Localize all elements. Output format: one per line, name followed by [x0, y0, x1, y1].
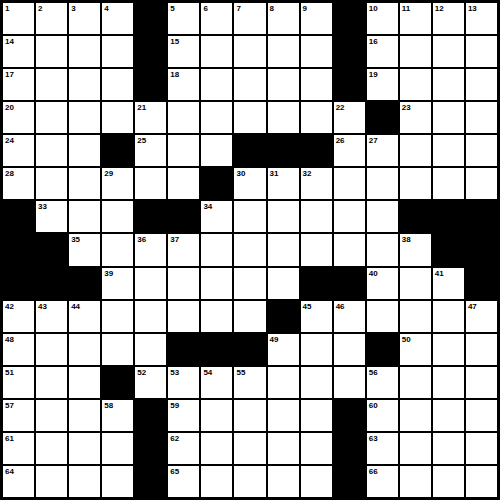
black-cell-r14c5	[135, 433, 166, 464]
clue-number: 42	[5, 302, 14, 311]
clue-number: 15	[170, 37, 179, 46]
cell-r4c15[interactable]	[466, 102, 497, 133]
cell-r4c14[interactable]	[433, 102, 464, 133]
cell-r8c4[interactable]	[102, 234, 133, 265]
clue-number: 39	[104, 269, 113, 278]
cell-r5c3[interactable]	[69, 135, 100, 166]
cell-r2c15[interactable]	[466, 36, 497, 67]
clue-number: 6	[203, 4, 207, 13]
black-cell-r9c3	[69, 268, 100, 299]
cell-r14c6[interactable]: 62	[168, 433, 199, 464]
clue-number: 54	[203, 368, 212, 377]
cell-r6c11[interactable]	[334, 168, 365, 199]
cell-r15c4[interactable]	[102, 466, 133, 497]
cell-r10c14[interactable]	[433, 301, 464, 332]
cell-r12c5[interactable]: 52	[135, 367, 166, 398]
cell-r12c3[interactable]	[69, 367, 100, 398]
clue-number: 10	[369, 4, 378, 13]
cell-r8c6[interactable]: 37	[168, 234, 199, 265]
cell-r13c8[interactable]	[234, 400, 265, 431]
clue-number: 36	[137, 235, 146, 244]
cell-r14c10[interactable]	[301, 433, 332, 464]
cell-r15c15[interactable]	[466, 466, 497, 497]
clue-number: 3	[71, 4, 75, 13]
clue-number: 31	[270, 169, 279, 178]
clue-number: 62	[170, 434, 179, 443]
cell-r10c11[interactable]: 46	[334, 301, 365, 332]
cell-r13c1[interactable]: 57	[3, 400, 34, 431]
cell-r6c3[interactable]	[69, 168, 100, 199]
clue-number: 49	[270, 335, 279, 344]
cell-r7c9[interactable]	[268, 201, 299, 232]
cell-r2c10[interactable]	[301, 36, 332, 67]
cell-r2c9[interactable]	[268, 36, 299, 67]
cell-r8c13[interactable]: 38	[400, 234, 431, 265]
cell-r8c5[interactable]: 36	[135, 234, 166, 265]
cell-r10c13[interactable]	[400, 301, 431, 332]
black-cell-r7c13	[400, 201, 431, 232]
clue-number: 58	[104, 401, 113, 410]
black-cell-r11c12	[367, 334, 398, 365]
cell-r5c5[interactable]: 25	[135, 135, 166, 166]
clue-number: 23	[402, 103, 411, 112]
clue-number: 37	[170, 235, 179, 244]
clue-number: 52	[137, 368, 146, 377]
cell-r5c14[interactable]	[433, 135, 464, 166]
cell-r7c10[interactable]	[301, 201, 332, 232]
black-cell-r11c7	[201, 334, 232, 365]
cell-r9c14[interactable]: 41	[433, 268, 464, 299]
cell-r4c1[interactable]: 20	[3, 102, 34, 133]
cell-r3c14[interactable]	[433, 69, 464, 100]
cell-r5c6[interactable]	[168, 135, 199, 166]
cell-r10c15[interactable]: 47	[466, 301, 497, 332]
cell-r15c14[interactable]	[433, 466, 464, 497]
cell-r3c7[interactable]	[201, 69, 232, 100]
cell-r13c15[interactable]	[466, 400, 497, 431]
cell-r11c15[interactable]	[466, 334, 497, 365]
cell-r11c1[interactable]: 48	[3, 334, 34, 365]
cell-r4c2[interactable]	[36, 102, 67, 133]
cell-r9c9[interactable]	[268, 268, 299, 299]
cell-r4c7[interactable]	[201, 102, 232, 133]
black-cell-r5c4	[102, 135, 133, 166]
clue-number: 32	[303, 169, 312, 178]
cell-r3c2[interactable]	[36, 69, 67, 100]
cell-r13c14[interactable]	[433, 400, 464, 431]
black-cell-r8c14	[433, 234, 464, 265]
clue-number: 20	[5, 103, 14, 112]
black-cell-r7c1	[3, 201, 34, 232]
cell-r12c11[interactable]	[334, 367, 365, 398]
cell-r7c4[interactable]	[102, 201, 133, 232]
clue-number: 53	[170, 368, 179, 377]
crossword-grid: 1234567891011121314151617181920212223242…	[0, 0, 500, 500]
cell-r11c11[interactable]	[334, 334, 365, 365]
cell-r5c11[interactable]: 26	[334, 135, 365, 166]
clue-number: 21	[137, 103, 146, 112]
cell-r13c6[interactable]: 59	[168, 400, 199, 431]
clue-number: 22	[336, 103, 345, 112]
black-cell-r8c1	[3, 234, 34, 265]
cell-r8c12[interactable]	[367, 234, 398, 265]
clue-number: 50	[402, 335, 411, 344]
cell-r14c12[interactable]: 63	[367, 433, 398, 464]
cell-r6c14[interactable]	[433, 168, 464, 199]
clue-number: 27	[369, 136, 378, 145]
cell-r9c13[interactable]	[400, 268, 431, 299]
cell-r11c5[interactable]	[135, 334, 166, 365]
cell-r11c13[interactable]: 50	[400, 334, 431, 365]
cell-r3c9[interactable]	[268, 69, 299, 100]
cell-r12c9[interactable]	[268, 367, 299, 398]
cell-r11c10[interactable]	[301, 334, 332, 365]
cell-r2c6[interactable]: 15	[168, 36, 199, 67]
cell-r10c10[interactable]: 45	[301, 301, 332, 332]
black-cell-r7c5	[135, 201, 166, 232]
clue-number: 45	[303, 302, 312, 311]
black-cell-r15c5	[135, 466, 166, 497]
clue-number: 34	[203, 202, 212, 211]
black-cell-r14c11	[334, 433, 365, 464]
black-cell-r5c8	[234, 135, 265, 166]
cell-r14c15[interactable]	[466, 433, 497, 464]
cell-r1c14[interactable]: 12	[433, 3, 464, 34]
clue-number: 30	[236, 169, 245, 178]
cell-r10c6[interactable]	[168, 301, 199, 332]
cell-r5c13[interactable]	[400, 135, 431, 166]
black-cell-r15c11	[334, 466, 365, 497]
clue-number: 65	[170, 467, 179, 476]
black-cell-r2c11	[334, 36, 365, 67]
cell-r3c3[interactable]	[69, 69, 100, 100]
clue-number: 48	[5, 335, 14, 344]
cell-r10c3[interactable]: 44	[69, 301, 100, 332]
cell-r8c9[interactable]	[268, 234, 299, 265]
black-cell-r8c2	[36, 234, 67, 265]
cell-r14c7[interactable]	[201, 433, 232, 464]
cell-r3c12[interactable]: 19	[367, 69, 398, 100]
cell-r15c9[interactable]	[268, 466, 299, 497]
cell-r15c1[interactable]: 64	[3, 466, 34, 497]
cell-r13c13[interactable]	[400, 400, 431, 431]
cell-r11c2[interactable]	[36, 334, 67, 365]
clue-number: 18	[170, 70, 179, 79]
clue-number: 14	[5, 37, 14, 46]
cell-r1c15[interactable]: 13	[466, 3, 497, 34]
cell-r14c8[interactable]	[234, 433, 265, 464]
black-cell-r2c5	[135, 36, 166, 67]
black-cell-r6c7	[201, 168, 232, 199]
cell-r12c7[interactable]: 54	[201, 367, 232, 398]
clue-number: 56	[369, 368, 378, 377]
cell-r5c2[interactable]	[36, 135, 67, 166]
cell-r10c5[interactable]	[135, 301, 166, 332]
clue-number: 17	[5, 70, 14, 79]
cell-r5c15[interactable]	[466, 135, 497, 166]
cell-r2c13[interactable]	[400, 36, 431, 67]
cell-r6c12[interactable]	[367, 168, 398, 199]
clue-number: 44	[71, 302, 80, 311]
black-cell-r13c5	[135, 400, 166, 431]
black-cell-r9c1	[3, 268, 34, 299]
cell-r12c8[interactable]: 55	[234, 367, 265, 398]
cell-r13c9[interactable]	[268, 400, 299, 431]
cell-r4c11[interactable]: 22	[334, 102, 365, 133]
black-cell-r5c10	[301, 135, 332, 166]
cell-r6c5[interactable]	[135, 168, 166, 199]
cell-r5c1[interactable]: 24	[3, 135, 34, 166]
clue-number: 2	[38, 4, 42, 13]
black-cell-r9c15	[466, 268, 497, 299]
cell-r1c3[interactable]: 3	[69, 3, 100, 34]
cell-r2c14[interactable]	[433, 36, 464, 67]
cell-r10c2[interactable]: 43	[36, 301, 67, 332]
cell-r3c10[interactable]	[301, 69, 332, 100]
cell-r14c9[interactable]	[268, 433, 299, 464]
cell-r14c4[interactable]	[102, 433, 133, 464]
cell-r3c4[interactable]	[102, 69, 133, 100]
clue-number: 43	[38, 302, 47, 311]
clue-number: 38	[402, 235, 411, 244]
clue-number: 40	[369, 269, 378, 278]
cell-r7c7[interactable]: 34	[201, 201, 232, 232]
cell-r1c12[interactable]: 10	[367, 3, 398, 34]
cell-r14c2[interactable]	[36, 433, 67, 464]
clue-number: 64	[5, 467, 14, 476]
black-cell-r7c6	[168, 201, 199, 232]
clue-number: 13	[468, 4, 477, 13]
cell-r6c13[interactable]	[400, 168, 431, 199]
cell-r11c3[interactable]	[69, 334, 100, 365]
clue-number: 19	[369, 70, 378, 79]
cell-r1c1[interactable]: 1	[3, 3, 34, 34]
black-cell-r7c15	[466, 201, 497, 232]
cell-r15c3[interactable]	[69, 466, 100, 497]
cell-r5c12[interactable]: 27	[367, 135, 398, 166]
clue-number: 55	[236, 368, 245, 377]
cell-r12c1[interactable]: 51	[3, 367, 34, 398]
cell-r12c12[interactable]: 56	[367, 367, 398, 398]
cell-r15c12[interactable]: 66	[367, 466, 398, 497]
cell-r12c14[interactable]	[433, 367, 464, 398]
clue-number: 33	[38, 202, 47, 211]
cell-r15c13[interactable]	[400, 466, 431, 497]
cell-r9c4[interactable]: 39	[102, 268, 133, 299]
cell-r13c12[interactable]: 60	[367, 400, 398, 431]
black-cell-r7c14	[433, 201, 464, 232]
black-cell-r9c10	[301, 268, 332, 299]
cell-r10c4[interactable]	[102, 301, 133, 332]
cell-r12c10[interactable]	[301, 367, 332, 398]
black-cell-r11c6	[168, 334, 199, 365]
cell-r1c9[interactable]: 8	[268, 3, 299, 34]
cell-r14c13[interactable]	[400, 433, 431, 464]
cell-r8c3[interactable]: 35	[69, 234, 100, 265]
clue-number: 47	[468, 302, 477, 311]
cell-r1c10[interactable]: 9	[301, 3, 332, 34]
black-cell-r4c12	[367, 102, 398, 133]
black-cell-r11c8	[234, 334, 265, 365]
clue-number: 12	[435, 4, 444, 13]
clue-number: 59	[170, 401, 179, 410]
cell-r12c13[interactable]	[400, 367, 431, 398]
clue-number: 41	[435, 269, 444, 278]
cell-r15c2[interactable]	[36, 466, 67, 497]
cell-r1c8[interactable]: 7	[234, 3, 265, 34]
cell-r8c8[interactable]	[234, 234, 265, 265]
black-cell-r9c2	[36, 268, 67, 299]
clue-number: 7	[236, 4, 240, 13]
cell-r13c7[interactable]	[201, 400, 232, 431]
cell-r6c10[interactable]: 32	[301, 168, 332, 199]
cell-r3c15[interactable]	[466, 69, 497, 100]
clue-number: 29	[104, 169, 113, 178]
cell-r2c4[interactable]	[102, 36, 133, 67]
cell-r11c14[interactable]	[433, 334, 464, 365]
clue-number: 51	[5, 368, 14, 377]
clue-number: 4	[104, 4, 108, 13]
cell-r2c8[interactable]	[234, 36, 265, 67]
cell-r8c11[interactable]	[334, 234, 365, 265]
clue-number: 1	[5, 4, 9, 13]
black-cell-r12c4	[102, 367, 133, 398]
cell-r4c3[interactable]	[69, 102, 100, 133]
clue-number: 25	[137, 136, 146, 145]
clue-number: 16	[369, 37, 378, 46]
cell-r15c8[interactable]	[234, 466, 265, 497]
cell-r6c4[interactable]: 29	[102, 168, 133, 199]
cell-r7c11[interactable]	[334, 201, 365, 232]
cell-r15c10[interactable]	[301, 466, 332, 497]
clue-number: 28	[5, 169, 14, 178]
cell-r6c2[interactable]	[36, 168, 67, 199]
cell-r6c9[interactable]: 31	[268, 168, 299, 199]
cell-r6c1[interactable]: 28	[3, 168, 34, 199]
clue-number: 5	[170, 4, 174, 13]
clue-number: 9	[303, 4, 307, 13]
cell-r9c5[interactable]	[135, 268, 166, 299]
black-cell-r3c11	[334, 69, 365, 100]
cell-r13c10[interactable]	[301, 400, 332, 431]
cell-r7c2[interactable]: 33	[36, 201, 67, 232]
black-cell-r10c9	[268, 301, 299, 332]
cell-r8c10[interactable]	[301, 234, 332, 265]
cell-r11c4[interactable]	[102, 334, 133, 365]
clue-number: 8	[270, 4, 274, 13]
cell-r8c7[interactable]	[201, 234, 232, 265]
cell-r2c1[interactable]: 14	[3, 36, 34, 67]
black-cell-r5c9	[268, 135, 299, 166]
cell-r1c6[interactable]: 5	[168, 3, 199, 34]
cell-r6c8[interactable]: 30	[234, 168, 265, 199]
cell-r3c8[interactable]	[234, 69, 265, 100]
cell-r4c5[interactable]: 21	[135, 102, 166, 133]
clue-number: 26	[336, 136, 345, 145]
cell-r10c8[interactable]	[234, 301, 265, 332]
cell-r4c9[interactable]	[268, 102, 299, 133]
black-cell-r1c11	[334, 3, 365, 34]
clue-number: 61	[5, 434, 14, 443]
cell-r4c4[interactable]	[102, 102, 133, 133]
clue-number: 60	[369, 401, 378, 410]
cell-r14c3[interactable]	[69, 433, 100, 464]
black-cell-r13c11	[334, 400, 365, 431]
cell-r7c3[interactable]	[69, 201, 100, 232]
cell-r6c6[interactable]	[168, 168, 199, 199]
clue-number: 35	[71, 235, 80, 244]
clue-number: 46	[336, 302, 345, 311]
cell-r2c3[interactable]	[69, 36, 100, 67]
cell-r2c2[interactable]	[36, 36, 67, 67]
cell-r12c6[interactable]: 53	[168, 367, 199, 398]
cell-r1c2[interactable]: 2	[36, 3, 67, 34]
black-cell-r1c5	[135, 3, 166, 34]
cell-r1c13[interactable]: 11	[400, 3, 431, 34]
cell-r4c6[interactable]	[168, 102, 199, 133]
black-cell-r8c15	[466, 234, 497, 265]
cell-r14c14[interactable]	[433, 433, 464, 464]
cell-r3c6[interactable]: 18	[168, 69, 199, 100]
cell-r13c3[interactable]	[69, 400, 100, 431]
cell-r5c7[interactable]	[201, 135, 232, 166]
cell-r3c13[interactable]	[400, 69, 431, 100]
cell-r15c7[interactable]	[201, 466, 232, 497]
cell-r9c8[interactable]	[234, 268, 265, 299]
cell-r12c15[interactable]	[466, 367, 497, 398]
black-cell-r9c11	[334, 268, 365, 299]
cell-r9c12[interactable]: 40	[367, 268, 398, 299]
cell-r1c7[interactable]: 6	[201, 3, 232, 34]
clue-number: 57	[5, 401, 14, 410]
cell-r3c1[interactable]: 17	[3, 69, 34, 100]
cell-r4c8[interactable]	[234, 102, 265, 133]
cell-r4c13[interactable]: 23	[400, 102, 431, 133]
cell-r7c12[interactable]	[367, 201, 398, 232]
cell-r10c12[interactable]	[367, 301, 398, 332]
clue-number: 24	[5, 136, 14, 145]
cell-r12c2[interactable]	[36, 367, 67, 398]
cell-r7c8[interactable]	[234, 201, 265, 232]
cell-r13c2[interactable]	[36, 400, 67, 431]
clue-number: 63	[369, 434, 378, 443]
cell-r2c12[interactable]: 16	[367, 36, 398, 67]
cell-r10c1[interactable]: 42	[3, 301, 34, 332]
black-cell-r3c5	[135, 69, 166, 100]
cell-r9c6[interactable]	[168, 268, 199, 299]
cell-r11c9[interactable]: 49	[268, 334, 299, 365]
cell-r15c6[interactable]: 65	[168, 466, 199, 497]
cell-r4c10[interactable]	[301, 102, 332, 133]
cell-r9c7[interactable]	[201, 268, 232, 299]
cell-r10c7[interactable]	[201, 301, 232, 332]
cell-r2c7[interactable]	[201, 36, 232, 67]
cell-r13c4[interactable]: 58	[102, 400, 133, 431]
cell-r6c15[interactable]	[466, 168, 497, 199]
cell-r1c4[interactable]: 4	[102, 3, 133, 34]
clue-number: 11	[402, 4, 410, 13]
cell-r14c1[interactable]: 61	[3, 433, 34, 464]
clue-number: 66	[369, 467, 378, 476]
